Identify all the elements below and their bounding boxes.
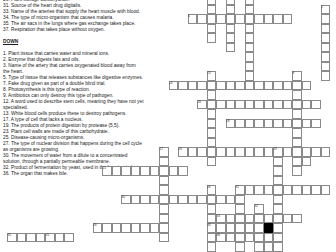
grid-cell[interactable] [216, 195, 226, 205]
grid-cell[interactable] [216, 100, 226, 110]
grid-cell[interactable] [235, 223, 245, 233]
grid-cell[interactable] [188, 195, 198, 205]
grid-cell[interactable] [207, 233, 217, 243]
grid-cell[interactable] [273, 223, 283, 233]
grid-cell[interactable] [273, 233, 283, 243]
grid-cell[interactable] [292, 185, 302, 195]
grid-cell[interactable] [207, 204, 217, 214]
grid-cell[interactable] [26, 233, 36, 243]
grid-cell[interactable] [121, 166, 131, 176]
grid-cell[interactable] [207, 14, 217, 24]
grid-cell[interactable] [245, 223, 255, 233]
grid-cell[interactable] [273, 214, 283, 224]
grid-cell[interactable] [159, 166, 169, 176]
grid-cell[interactable] [159, 185, 169, 195]
clue-number: 25 [46, 233, 50, 237]
grid-cell[interactable] [245, 214, 255, 224]
grid-cell[interactable] [264, 100, 274, 110]
grid-cell[interactable] [216, 223, 226, 233]
grid-cell[interactable] [273, 157, 283, 167]
grid-cell[interactable] [273, 176, 283, 186]
grid-cell[interactable] [207, 195, 217, 205]
grid-cell[interactable] [207, 138, 217, 148]
grid-cell[interactable] [226, 14, 236, 24]
grid-cell[interactable] [321, 147, 331, 157]
grid-cell[interactable] [273, 100, 283, 110]
grid-cell[interactable] [55, 233, 65, 243]
grid-cell[interactable] [273, 242, 283, 252]
crossword-grid: 1235613814161817201921263130323328343525… [0, 0, 336, 252]
grid-cell[interactable] [245, 24, 255, 34]
grid-cell[interactable] [264, 242, 274, 252]
grid-cell[interactable] [273, 185, 283, 195]
grid-cell[interactable] [245, 233, 255, 243]
grid-cell[interactable] [64, 233, 74, 243]
clue-number: 5 [321, 5, 323, 9]
grid-cell[interactable] [254, 223, 264, 233]
grid-cell[interactable] [254, 14, 264, 24]
grid-cell[interactable] [245, 81, 255, 91]
clue-number: 14 [169, 81, 173, 85]
grid-cell[interactable] [226, 100, 236, 110]
grid-cell[interactable] [264, 147, 274, 157]
grid-cell[interactable] [140, 166, 150, 176]
grid-cell[interactable] [207, 157, 217, 167]
grid-cell[interactable] [226, 24, 236, 34]
grid-cell[interactable] [102, 223, 112, 233]
grid-cell[interactable] [150, 166, 160, 176]
grid-cell[interactable] [321, 185, 331, 195]
grid-cell[interactable] [245, 62, 255, 72]
grid-cell[interactable] [254, 100, 264, 110]
grid-cell[interactable] [264, 233, 274, 243]
grid-cell[interactable] [207, 119, 217, 129]
grid-cell[interactable] [264, 14, 274, 24]
grid-cell[interactable] [283, 147, 293, 157]
grid-cell[interactable] [273, 14, 283, 24]
grid-cell[interactable] [131, 195, 141, 205]
grid-cell[interactable] [112, 223, 122, 233]
clue-number: 30 [122, 195, 126, 199]
grid-cell[interactable] [207, 128, 217, 138]
grid-cell[interactable] [207, 109, 217, 119]
grid-cell[interactable] [292, 100, 302, 110]
grid-cell[interactable] [178, 166, 188, 176]
grid-cell[interactable] [245, 43, 255, 53]
grid-cell[interactable] [311, 147, 321, 157]
grid-cell[interactable] [159, 157, 169, 167]
grid-cell[interactable] [273, 119, 283, 129]
clue-number: 36 [217, 233, 221, 237]
clue-number: 6 [188, 14, 190, 18]
grid-cell[interactable] [245, 100, 255, 110]
grid-cell[interactable] [188, 81, 198, 91]
grid-cell[interactable] [292, 81, 302, 91]
clue-number: 28 [93, 223, 97, 227]
grid-cell[interactable] [207, 100, 217, 110]
clue-number: 34 [207, 223, 211, 227]
grid-cell[interactable] [159, 223, 169, 233]
grid-cell[interactable] [207, 81, 217, 91]
grid-cell[interactable] [245, 185, 255, 195]
clue-number: 20 [179, 147, 183, 151]
grid-cell[interactable] [226, 233, 236, 243]
clue-number: 19 [274, 147, 278, 151]
grid-cell[interactable] [311, 185, 321, 195]
clue-number: 21 [103, 166, 107, 170]
grid-cell[interactable] [197, 147, 207, 157]
clue-number: 13 [207, 71, 211, 75]
grid-cell[interactable] [226, 33, 236, 43]
grid-cell[interactable] [302, 157, 312, 167]
grid-cell[interactable] [254, 214, 264, 224]
grid-cell[interactable] [131, 223, 141, 233]
grid-cell[interactable] [283, 214, 293, 224]
grid-cell[interactable] [150, 223, 160, 233]
grid-cell[interactable] [121, 223, 131, 233]
grid-cell[interactable] [159, 195, 169, 205]
grid-cell[interactable] [197, 14, 207, 24]
grid-cell[interactable] [273, 204, 283, 214]
grid-cell[interactable] [235, 81, 245, 91]
grid-cell[interactable] [292, 109, 302, 119]
grid-cell[interactable] [264, 81, 274, 91]
grid-cell[interactable] [254, 233, 264, 243]
grid-cell[interactable] [150, 195, 160, 205]
grid-cell[interactable] [226, 195, 236, 205]
grid-cell[interactable] [245, 33, 255, 43]
grid-cell[interactable] [207, 24, 217, 34]
grid-cell[interactable] [302, 185, 312, 195]
grid-cell[interactable] [302, 119, 312, 129]
grid-cell[interactable] [292, 166, 302, 176]
grid-cell[interactable] [264, 214, 274, 224]
grid-cell[interactable] [159, 176, 169, 186]
grid-cell[interactable] [159, 204, 169, 214]
clue-number: 35 [8, 233, 12, 237]
grid-cell[interactable] [283, 14, 293, 24]
grid-cell[interactable] [273, 81, 283, 91]
grid-cell[interactable] [169, 195, 179, 205]
grid-cell[interactable] [292, 119, 302, 129]
crossword-worksheet: 29. Plant storage carbohydrate.31. Sourc… [0, 0, 336, 252]
grid-cell[interactable] [235, 100, 245, 110]
grid-cell[interactable] [169, 166, 179, 176]
grid-cell[interactable] [245, 14, 255, 24]
clue-number: 33 [217, 214, 221, 218]
grid-cell[interactable] [17, 233, 27, 243]
grid-cell[interactable] [292, 157, 302, 167]
grid-cell[interactable] [254, 147, 264, 157]
grid-cell[interactable] [226, 214, 236, 224]
grid-cell[interactable] [292, 138, 302, 148]
grid-cell[interactable] [245, 52, 255, 62]
grid-cell[interactable] [226, 147, 236, 157]
grid-cell[interactable] [197, 81, 207, 91]
grid-cell[interactable] [283, 185, 293, 195]
black-cell [264, 223, 274, 233]
grid-cell[interactable] [254, 242, 264, 252]
grid-cell[interactable] [311, 119, 321, 129]
grid-cell[interactable] [159, 214, 169, 224]
grid-cell[interactable] [226, 5, 236, 15]
grid-cell[interactable] [254, 81, 264, 91]
grid-cell[interactable] [235, 204, 245, 214]
grid-cell[interactable] [159, 233, 169, 243]
grid-cell[interactable] [302, 81, 312, 91]
grid-cell[interactable] [321, 33, 331, 43]
grid-cell[interactable] [245, 71, 255, 81]
grid-cell[interactable] [245, 147, 255, 157]
grid-cell[interactable] [235, 242, 245, 252]
grid-cell[interactable] [235, 214, 245, 224]
grid-cell[interactable] [178, 81, 188, 91]
clue-number: 18 [226, 119, 230, 123]
grid-cell[interactable] [112, 166, 122, 176]
grid-cell[interactable] [226, 43, 236, 53]
grid-cell[interactable] [321, 43, 331, 53]
grid-cell[interactable] [207, 33, 217, 43]
grid-cell[interactable] [207, 147, 217, 157]
grid-cell[interactable] [207, 214, 217, 224]
grid-cell[interactable] [283, 100, 293, 110]
grid-cell[interactable] [235, 119, 245, 129]
grid-cell[interactable] [283, 119, 293, 129]
grid-cell[interactable] [302, 147, 312, 157]
grid-cell[interactable] [292, 90, 302, 100]
grid-cell[interactable] [321, 14, 331, 24]
grid-cell[interactable] [36, 233, 46, 243]
grid-cell[interactable] [292, 128, 302, 138]
grid-cell[interactable] [207, 90, 217, 100]
grid-cell[interactable] [321, 71, 331, 81]
clue-number: 26 [207, 185, 211, 189]
grid-cell[interactable] [321, 52, 331, 62]
clue-number: 32 [255, 204, 259, 208]
grid-cell[interactable] [254, 119, 264, 129]
grid-cell[interactable] [283, 81, 293, 91]
grid-cell[interactable] [273, 195, 283, 205]
grid-cell[interactable] [235, 14, 245, 24]
grid-cell[interactable] [264, 119, 274, 129]
clue-number: 17 [160, 147, 164, 151]
grid-cell[interactable] [216, 147, 226, 157]
clue-number: 16 [198, 100, 202, 104]
grid-cell[interactable] [178, 195, 188, 205]
grid-cell[interactable] [321, 24, 331, 34]
grid-cell[interactable] [226, 223, 236, 233]
grid-cell[interactable] [321, 62, 331, 72]
grid-cell[interactable] [188, 147, 198, 157]
grid-cell[interactable] [311, 100, 321, 110]
grid-cell[interactable] [264, 185, 274, 195]
clue-number: 8 [293, 71, 295, 75]
grid-cell[interactable] [216, 81, 226, 91]
grid-cell[interactable] [235, 147, 245, 157]
grid-cell[interactable] [140, 223, 150, 233]
grid-cell[interactable] [292, 214, 302, 224]
grid-cell[interactable] [216, 14, 226, 24]
grid-cell[interactable] [131, 166, 141, 176]
grid-cell[interactable] [273, 166, 283, 176]
grid-cell[interactable] [292, 147, 302, 157]
grid-cell[interactable] [235, 233, 245, 243]
grid-cell[interactable] [140, 195, 150, 205]
grid-cell[interactable] [207, 242, 217, 252]
grid-cell[interactable] [226, 81, 236, 91]
grid-cell[interactable] [235, 195, 245, 205]
grid-cell[interactable] [254, 185, 264, 195]
grid-cell[interactable] [245, 119, 255, 129]
grid-cell[interactable] [302, 100, 312, 110]
grid-cell[interactable] [197, 195, 207, 205]
grid-cell[interactable] [207, 5, 217, 15]
clue-number: 31 [236, 185, 240, 189]
grid-cell[interactable] [245, 5, 255, 15]
